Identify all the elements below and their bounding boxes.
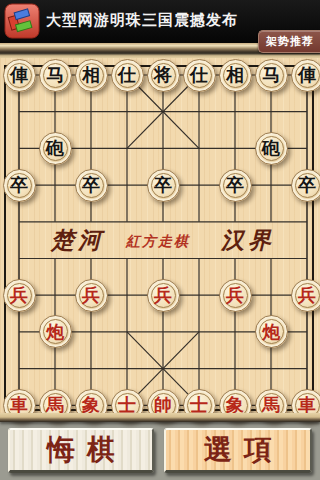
black-piece-卒[interactable]: 卒 [75,169,108,202]
red-piece-兵[interactable]: 兵 [3,279,36,312]
black-piece-仕[interactable]: 仕 [183,59,216,92]
formation-recommend-button[interactable]: 架势推荐 [258,30,320,53]
black-piece-将[interactable]: 将 [147,59,180,92]
red-piece-兵[interactable]: 兵 [291,279,320,312]
xiangqi-board[interactable]: 楚河 紅方走棋 汉界 俥马相仕将仕相马俥砲砲卒卒卒卒卒兵兵兵兵兵炮炮車馬象士帥士… [0,58,320,414]
black-piece-卒[interactable]: 卒 [291,169,320,202]
board-frame-bottom [0,413,320,422]
red-piece-兵[interactable]: 兵 [75,279,108,312]
black-piece-仕[interactable]: 仕 [111,59,144,92]
river-label-han: 汉界 [206,226,290,256]
black-piece-马[interactable]: 马 [255,59,288,92]
black-piece-俥[interactable]: 俥 [3,59,36,92]
black-piece-相[interactable]: 相 [219,59,252,92]
black-piece-卒[interactable]: 卒 [3,169,36,202]
black-piece-卒[interactable]: 卒 [219,169,252,202]
red-piece-兵[interactable]: 兵 [219,279,252,312]
ad-text: 大型网游明珠三国震撼发布 [46,0,238,40]
options-button[interactable]: 選項 [164,428,312,473]
black-piece-砲[interactable]: 砲 [39,132,72,165]
black-piece-马[interactable]: 马 [39,59,72,92]
undo-move-button[interactable]: 悔棋 [8,428,154,473]
app-screen: 大型网游明珠三国震撼发布 架势推荐 楚河 紅方走棋 汉界 俥马相仕将仕相马俥砲砲… [0,0,320,480]
black-piece-卒[interactable]: 卒 [147,169,180,202]
turn-indicator: 紅方走棋 [112,226,204,256]
black-piece-相[interactable]: 相 [75,59,108,92]
black-piece-砲[interactable]: 砲 [255,132,288,165]
river-label-chu: 楚河 [38,226,118,256]
black-piece-俥[interactable]: 俥 [291,59,320,92]
bottom-bar: 悔棋 選項 [0,422,320,480]
red-piece-炮[interactable]: 炮 [255,315,288,348]
puzzle-blocks-icon [4,3,40,39]
river: 楚河 紅方走棋 汉界 [0,226,320,256]
red-piece-炮[interactable]: 炮 [39,315,72,348]
red-piece-兵[interactable]: 兵 [147,279,180,312]
